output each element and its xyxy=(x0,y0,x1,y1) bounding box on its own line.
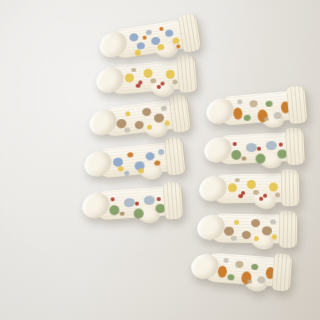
tan-motif-dot xyxy=(249,100,258,108)
orange-motif-dot xyxy=(176,44,181,49)
red-motif-dot xyxy=(160,81,164,85)
brown-motif-dot xyxy=(224,227,234,236)
cloud-motif-dot xyxy=(157,149,164,156)
red-motif-dot xyxy=(233,142,237,146)
blue-motif-dot xyxy=(137,42,146,50)
brown-motif-dot xyxy=(120,212,125,216)
yellow-motif-dot xyxy=(134,49,141,56)
sock-right-1-orange-carrots-and-green-dots xyxy=(204,83,307,136)
cloud-motif-dot xyxy=(266,141,277,151)
tan-motif-dot xyxy=(172,79,177,84)
cloud-motif-dot xyxy=(145,30,152,36)
yellow-motif-dot xyxy=(271,234,276,239)
orange-motif-dot xyxy=(127,152,133,158)
red-motif-dot xyxy=(257,147,261,151)
orange-motif-dot xyxy=(233,107,243,120)
sock-right-4-brown-bears-and-yellow-hearts xyxy=(197,206,298,252)
green-motif-dot xyxy=(228,274,235,280)
gray-motif-dot xyxy=(224,258,229,263)
tan-motif-dot xyxy=(264,117,269,121)
sock-cuff-ribbing xyxy=(285,127,306,165)
orange-motif-dot xyxy=(218,265,228,278)
sock-pattern xyxy=(223,133,286,163)
brown-motif-dot xyxy=(242,231,251,239)
flatlay-photo-baby-socks xyxy=(0,0,320,320)
red-motif-dot xyxy=(263,194,267,198)
brown-motif-dot xyxy=(262,226,272,235)
sock-cuff-ribbing xyxy=(164,137,187,176)
blue-motif-dot xyxy=(129,33,139,42)
blue-motif-dot xyxy=(164,29,173,37)
sock-pattern xyxy=(219,174,281,202)
sock-right-5-orange-carrots-and-green-dots xyxy=(190,245,293,296)
gray-motif-dot xyxy=(238,99,243,104)
orange-motif-dot xyxy=(154,161,160,167)
yellow-motif-dot xyxy=(147,125,153,131)
sock-cuff-ribbing xyxy=(286,86,308,125)
tan-motif-dot xyxy=(275,192,280,197)
yellow-motif-dot xyxy=(157,44,165,51)
sock-pattern xyxy=(101,188,165,219)
sock-cuff-ribbing xyxy=(272,253,294,291)
green-motif-dot xyxy=(231,149,242,160)
gray-motif-dot xyxy=(270,219,276,224)
gray-motif-dot xyxy=(273,112,282,120)
yellow-motif-dot xyxy=(117,166,123,172)
red-motif-dot xyxy=(111,198,115,202)
yellow-motif-dot xyxy=(247,180,256,189)
brown-motif-dot xyxy=(251,219,260,227)
yellow-motif-dot xyxy=(138,168,144,174)
yellow-motif-dot xyxy=(234,220,239,225)
yellow-motif-dot xyxy=(228,183,237,192)
red-motif-dot xyxy=(241,191,245,195)
green-motif-dot xyxy=(109,204,120,215)
red-motif-dot xyxy=(156,197,160,201)
red-motif-dot xyxy=(278,143,282,147)
gray-motif-dot xyxy=(124,127,131,133)
sock-cuff-ribbing xyxy=(176,55,198,94)
green-motif-dot xyxy=(251,263,258,269)
brown-motif-dot xyxy=(142,108,152,117)
yellow-motif-dot xyxy=(268,183,277,192)
yellow-motif-dot xyxy=(125,73,135,83)
tan-motif-dot xyxy=(150,78,156,84)
gray-motif-dot xyxy=(257,276,265,284)
tan-motif-dot xyxy=(235,260,243,268)
sock-pattern xyxy=(225,92,289,124)
gray-motif-dot xyxy=(160,105,167,111)
yellow-motif-dot xyxy=(164,120,170,126)
cloud-motif-dot xyxy=(124,171,129,176)
sock-cuff-ribbing xyxy=(168,94,191,133)
sock-cuff-ribbing xyxy=(279,211,299,248)
green-motif-dot xyxy=(266,100,273,107)
cloud-motif-dot xyxy=(123,198,135,208)
yellow-motif-dot xyxy=(254,236,259,241)
orange-motif-dot xyxy=(142,36,147,41)
yellow-motif-dot xyxy=(125,111,131,117)
sock-cuff-ribbing xyxy=(163,181,185,219)
sock-cuff-ribbing xyxy=(281,169,301,206)
cloud-motif-dot xyxy=(144,195,156,205)
tan-motif-dot xyxy=(131,68,136,72)
blue-motif-dot xyxy=(145,152,155,161)
brown-motif-dot xyxy=(153,113,164,123)
tan-motif-dot xyxy=(253,190,259,195)
red-motif-dot xyxy=(138,80,142,84)
tan-motif-dot xyxy=(234,178,239,182)
orange-motif-dot xyxy=(159,26,164,31)
brown-motif-dot xyxy=(134,121,144,130)
sock-pattern xyxy=(217,214,279,242)
sock-pattern xyxy=(210,254,274,285)
yellow-motif-dot xyxy=(143,69,153,79)
red-motif-dot xyxy=(135,201,139,205)
gray-motif-dot xyxy=(230,236,236,241)
cloud-motif-dot xyxy=(245,143,256,153)
green-motif-dot xyxy=(244,114,251,121)
yellow-motif-dot xyxy=(165,70,175,80)
brown-motif-dot xyxy=(242,156,247,160)
tan-motif-dot xyxy=(247,279,252,283)
